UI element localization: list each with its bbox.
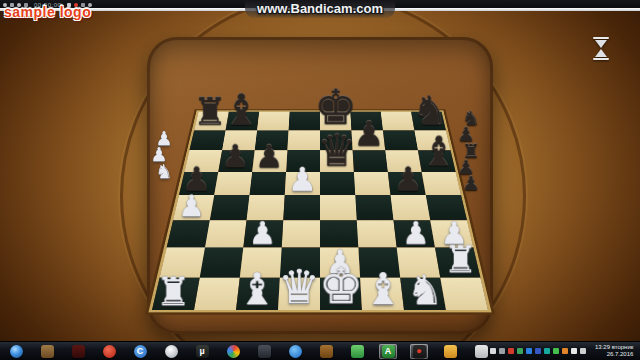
folder-explorer[interactable]	[441, 344, 459, 359]
network-tray-icon[interactable]	[580, 348, 586, 354]
square-g7[interactable]	[383, 130, 418, 150]
tray-icon-9[interactable]	[562, 348, 568, 354]
square-b8[interactable]: ♝	[226, 112, 260, 131]
black-pawn[interactable]: ♟	[255, 142, 283, 172]
tray-icon-8[interactable]	[553, 348, 559, 354]
square-g1[interactable]: ♞	[400, 277, 446, 310]
aimp-player-app[interactable]	[100, 344, 118, 359]
start-orb[interactable]	[7, 344, 25, 359]
square-d7[interactable]	[287, 130, 320, 150]
game-box-app[interactable]	[38, 344, 56, 359]
square-e6[interactable]: ♛	[320, 150, 354, 171]
square-f1[interactable]: ♝	[360, 277, 404, 310]
notepad-app-glyph	[475, 345, 488, 358]
square-h1[interactable]	[440, 277, 488, 310]
square-c8[interactable]	[257, 112, 290, 131]
white-rook[interactable]: ♜	[156, 273, 191, 310]
square-a1[interactable]: ♜	[152, 277, 200, 310]
square-d3[interactable]	[282, 220, 320, 247]
square-f4[interactable]	[355, 195, 393, 220]
black-knight[interactable]: ♞	[412, 92, 448, 130]
taskbar-clock[interactable]: 13:29 вторник 26.7.2016	[589, 344, 637, 358]
media-player-app-glyph	[72, 345, 85, 358]
briefcase-app-glyph	[320, 345, 333, 358]
start-orb-glyph	[10, 345, 23, 358]
hourglass-icon	[593, 37, 609, 60]
small-dark-app[interactable]	[255, 344, 273, 359]
black-king[interactable]: ♚	[314, 85, 357, 131]
ccleaner-app[interactable]: C	[131, 344, 149, 359]
photos-app-glyph	[351, 345, 364, 358]
systray: 13:29 вторник 26.7.2016	[490, 342, 640, 360]
black-bishop[interactable]: ♝	[222, 90, 260, 131]
square-e1[interactable]: ♚	[320, 277, 362, 310]
chrome-browser-glyph	[227, 345, 240, 358]
white-rook[interactable]: ♜	[444, 242, 477, 277]
white-pawn[interactable]: ♟	[402, 218, 430, 247]
hourglass-lower-bulb	[595, 49, 607, 57]
board-wooden-frame: ♜♝♚♞♟♟♟♛♝♟♟♟♟♟♟♟♟♜♜♝♛♚♝♞	[147, 37, 493, 334]
volume-tray-icon[interactable]	[571, 348, 577, 354]
square-b1[interactable]	[194, 277, 240, 310]
chess-board-grid[interactable]: ♜♝♚♞♟♟♟♛♝♟♟♟♟♟♟♟♟♜♜♝♛♚♝♞	[152, 112, 488, 310]
white-bishop[interactable]: ♝	[363, 268, 402, 310]
white-pawn[interactable]: ♟	[178, 192, 205, 220]
square-b3[interactable]	[205, 220, 247, 247]
gray-ball-app-glyph	[165, 345, 178, 358]
square-g3[interactable]: ♟	[393, 220, 435, 247]
briefcase-app[interactable]	[317, 344, 335, 359]
notepad-app[interactable]	[472, 344, 490, 359]
square-a7[interactable]	[189, 130, 225, 150]
square-c3[interactable]: ♟	[243, 220, 283, 247]
square-a4[interactable]: ♟	[173, 195, 214, 220]
hourglass-upper-bulb	[595, 40, 607, 48]
square-d1[interactable]: ♛	[278, 277, 320, 310]
square-c1[interactable]: ♝	[236, 277, 280, 310]
bandicam-app[interactable]: ●	[410, 344, 428, 359]
square-f6[interactable]	[353, 150, 388, 171]
windows-taskbar: CµA● 13:29 вторник 26.7.2016	[0, 341, 640, 360]
photos-app[interactable]	[348, 344, 366, 359]
white-pawn[interactable]: ♟	[249, 218, 277, 247]
bandicam-app-glyph: ●	[413, 345, 426, 358]
captured-black-tray: ♞♟♜♟♟	[449, 110, 487, 192]
sample-logo: sample logo	[4, 4, 91, 20]
ccleaner-app-glyph: C	[134, 345, 147, 358]
black-pawn[interactable]: ♟	[354, 118, 385, 150]
black-pawn[interactable]: ♟	[221, 142, 249, 172]
white-queen[interactable]: ♛	[278, 265, 320, 310]
square-b5[interactable]	[214, 172, 252, 195]
square-f3[interactable]	[357, 220, 397, 247]
systray-icons	[490, 348, 586, 354]
square-h8[interactable]: ♞	[411, 112, 446, 131]
square-f7[interactable]: ♟	[351, 130, 385, 150]
square-e5[interactable]	[320, 172, 355, 195]
utorrent-app-glyph: µ	[196, 345, 209, 358]
clock-date: 26.7.2016	[595, 351, 633, 358]
black-rook[interactable]: ♜	[193, 95, 227, 131]
tray-icon-1[interactable]	[490, 348, 496, 354]
captured-white-knight: ♞	[155, 163, 172, 179]
square-c6[interactable]: ♟	[252, 150, 287, 171]
captured-black-pawn: ♟	[462, 175, 479, 191]
square-g8[interactable]	[381, 112, 415, 131]
captured-white-tray: ♟♟♞	[144, 130, 178, 179]
folder-explorer-glyph	[444, 345, 457, 358]
clock-time: 13:29 вторник	[595, 344, 633, 351]
utorrent-app[interactable]: µ	[193, 344, 211, 359]
tray-icon-6[interactable]	[535, 348, 541, 354]
media-player-app[interactable]	[69, 344, 87, 359]
hourglass-top-cap	[593, 37, 609, 39]
tray-icon-7[interactable]	[544, 348, 550, 354]
tray-icon-4[interactable]	[517, 348, 523, 354]
square-e4[interactable]	[320, 195, 357, 220]
a-letter-app[interactable]: A	[379, 344, 397, 359]
white-knight[interactable]: ♞	[407, 271, 444, 310]
taskbar-icons: CµA●	[0, 344, 490, 359]
square-c5[interactable]	[249, 172, 286, 195]
tray-icon-5[interactable]	[526, 348, 532, 354]
square-g5[interactable]: ♟	[388, 172, 426, 195]
square-a3[interactable]	[167, 220, 210, 247]
tray-icon-3[interactable]	[508, 348, 514, 354]
aimp-player-app-glyph	[103, 345, 116, 358]
square-d4[interactable]	[283, 195, 320, 220]
white-bishop[interactable]: ♝	[237, 268, 276, 310]
safari-browser-glyph	[289, 345, 302, 358]
chrome-browser[interactable]	[224, 344, 242, 359]
chess-titans-screen: ♜♝♚♞♟♟♟♛♝♟♟♟♟♟♟♟♟♜♜♝♛♚♝♞ ♟♟♞ ♞♟♜♟♟ 00:00…	[0, 0, 640, 360]
white-pawn[interactable]: ♟	[288, 164, 317, 195]
black-queen[interactable]: ♛	[317, 130, 356, 171]
small-dark-app-glyph	[258, 345, 271, 358]
square-a8[interactable]: ♜	[194, 112, 229, 131]
a-letter-app-glyph: A	[382, 345, 395, 358]
square-b4[interactable]	[210, 195, 250, 220]
gray-ball-app[interactable]	[162, 344, 180, 359]
black-pawn[interactable]: ♟	[393, 164, 422, 195]
tray-icon-2[interactable]	[499, 348, 505, 354]
bandicam-watermark: www.Bandicam.com	[245, 0, 395, 18]
white-king[interactable]: ♚	[319, 263, 364, 311]
square-d5[interactable]: ♟	[285, 172, 320, 195]
game-box-app-glyph	[41, 345, 54, 358]
safari-browser[interactable]	[286, 344, 304, 359]
square-f5[interactable]	[354, 172, 391, 195]
square-b6[interactable]: ♟	[218, 150, 254, 171]
hourglass-bottom-cap	[593, 58, 609, 60]
